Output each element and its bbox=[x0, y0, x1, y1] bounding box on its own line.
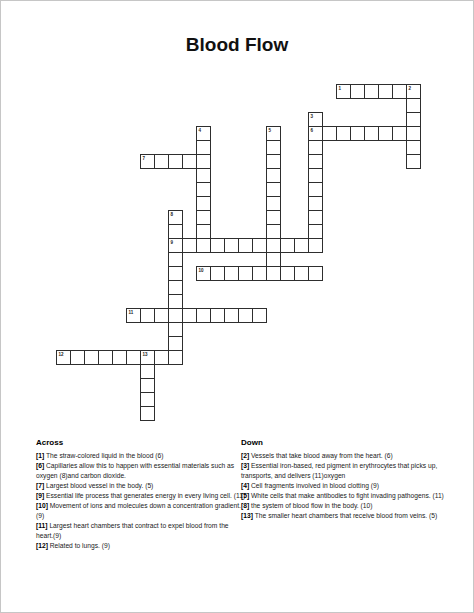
grid-cell-r5c8[interactable] bbox=[168, 154, 183, 169]
grid-cell-r16c13[interactable] bbox=[238, 308, 253, 323]
cell-number-6: 6 bbox=[311, 128, 314, 133]
clue-text: the system of blood flow in the body. (1… bbox=[251, 502, 372, 509]
clue-number: [13] bbox=[241, 512, 255, 519]
grid-cell-r13c18[interactable] bbox=[308, 266, 323, 281]
down-clues-column: Down [2] Vessels that take blood away fr… bbox=[241, 438, 447, 521]
across-clue-10: [10] Movement of ions and molecules down… bbox=[36, 501, 246, 521]
cell-number-4: 4 bbox=[199, 128, 202, 133]
clue-text: Cell fragments involved in blood clottin… bbox=[251, 482, 379, 489]
clue-number: [8] bbox=[241, 502, 251, 509]
grid-cell-r5c9[interactable] bbox=[182, 154, 197, 169]
across-clue-list: [1] The straw-colored liquid in the bloo… bbox=[36, 451, 246, 551]
clue-number: [2] bbox=[241, 452, 251, 459]
down-clue-4: [4] Cell fragments involved in blood clo… bbox=[241, 481, 447, 491]
cell-number-5: 5 bbox=[269, 128, 272, 133]
grid-cell-r16c5[interactable]: 11 bbox=[126, 308, 141, 323]
grid-cell-r9c15[interactable] bbox=[266, 210, 281, 225]
clue-number: [12] bbox=[36, 542, 50, 549]
grid-cell-r12c15[interactable] bbox=[266, 252, 281, 267]
grid-cell-r13c14[interactable] bbox=[252, 266, 267, 281]
grid-cell-r11c17[interactable] bbox=[294, 238, 309, 253]
clue-text: Essential life process that generates en… bbox=[46, 492, 245, 499]
grid-cell-r0c21[interactable] bbox=[350, 84, 365, 99]
cell-number-8: 8 bbox=[171, 212, 174, 217]
clue-text: Largest heart chambers that contract to … bbox=[36, 522, 229, 539]
crossword-grid[interactable]: 12345678910111213 bbox=[56, 84, 421, 421]
grid-cell-r16c9[interactable] bbox=[182, 308, 197, 323]
grid-cell-r6c10[interactable] bbox=[196, 168, 211, 183]
grid-cell-r9c18[interactable] bbox=[308, 210, 323, 225]
across-clue-11: [11] Largest heart chambers that contrac… bbox=[36, 521, 246, 541]
cell-number-13: 13 bbox=[143, 352, 148, 357]
grid-cell-r19c3[interactable] bbox=[98, 350, 113, 365]
grid-cell-r0c24[interactable] bbox=[392, 84, 407, 99]
clue-text: Capillaries allow this to happen with es… bbox=[36, 462, 234, 479]
grid-cell-r4c15[interactable] bbox=[266, 140, 281, 155]
grid-cell-r16c8[interactable] bbox=[168, 308, 183, 323]
grid-cell-r6c18[interactable] bbox=[308, 168, 323, 183]
down-clue-2: [2] Vessels that take blood away from th… bbox=[241, 451, 447, 461]
grid-cell-r3c15[interactable]: 5 bbox=[266, 126, 281, 141]
across-clue-1: [1] The straw-colored liquid in the bloo… bbox=[36, 451, 246, 461]
grid-cell-r4c10[interactable] bbox=[196, 140, 211, 155]
grid-cell-r16c12[interactable] bbox=[224, 308, 239, 323]
grid-cell-r13c12[interactable] bbox=[224, 266, 239, 281]
grid-cell-r5c18[interactable] bbox=[308, 154, 323, 169]
grid-cell-r16c10[interactable] bbox=[196, 308, 211, 323]
grid-cell-r20c6[interactable] bbox=[140, 364, 155, 379]
clue-number: [10] bbox=[36, 502, 50, 509]
grid-cell-r8c10[interactable] bbox=[196, 196, 211, 211]
down-clue-5: [5] White cells that make antibodies to … bbox=[241, 491, 447, 501]
cell-number-1: 1 bbox=[339, 86, 342, 91]
grid-cell-r0c25[interactable]: 2 bbox=[406, 84, 421, 99]
grid-cell-r5c6[interactable]: 7 bbox=[140, 154, 155, 169]
grid-cell-r11c14[interactable] bbox=[252, 238, 267, 253]
grid-cell-r11c10[interactable] bbox=[196, 238, 211, 253]
grid-cell-r17c8[interactable] bbox=[168, 322, 183, 337]
grid-cell-r11c9[interactable] bbox=[182, 238, 197, 253]
grid-cell-r10c15[interactable] bbox=[266, 224, 281, 239]
cell-number-7: 7 bbox=[143, 156, 146, 161]
grid-cell-r3c10[interactable]: 4 bbox=[196, 126, 211, 141]
grid-cell-r3c18[interactable]: 6 bbox=[308, 126, 323, 141]
grid-cell-r23c6[interactable] bbox=[140, 406, 155, 421]
down-clue-13: [13] The smaller heart chambers that rec… bbox=[241, 511, 447, 521]
grid-cell-r0c23[interactable] bbox=[378, 84, 393, 99]
grid-cell-r13c13[interactable] bbox=[238, 266, 253, 281]
crossword-worksheet-page: Blood Flow 12345678910111213 Across [1] … bbox=[0, 0, 474, 613]
clue-number: [7] bbox=[36, 482, 46, 489]
grid-cell-r3c23[interactable] bbox=[378, 126, 393, 141]
clue-number: [9] bbox=[36, 492, 46, 499]
grid-cell-r16c7[interactable] bbox=[154, 308, 169, 323]
grid-cell-r5c7[interactable] bbox=[154, 154, 169, 169]
grid-cell-r5c25[interactable] bbox=[406, 154, 421, 169]
down-clue-3: [3] Essential iron-based, red pigment in… bbox=[241, 461, 447, 481]
cell-number-10: 10 bbox=[199, 268, 204, 273]
grid-cell-r10c8[interactable] bbox=[168, 224, 183, 239]
grid-cell-r18c8[interactable] bbox=[168, 336, 183, 351]
clue-number: [6] bbox=[36, 462, 46, 469]
grid-cell-r13c15[interactable] bbox=[266, 266, 281, 281]
across-clue-6: [6] Capillaries allow this to happen wit… bbox=[36, 461, 246, 481]
down-clue-list: [2] Vessels that take blood away from th… bbox=[241, 451, 447, 521]
grid-cell-r10c18[interactable] bbox=[308, 224, 323, 239]
grid-cell-r7c10[interactable] bbox=[196, 182, 211, 197]
grid-cell-r19c6[interactable]: 13 bbox=[140, 350, 155, 365]
grid-cell-r11c18[interactable] bbox=[308, 238, 323, 253]
grid-cell-r3c21[interactable] bbox=[350, 126, 365, 141]
grid-cell-r0c22[interactable] bbox=[364, 84, 379, 99]
down-clue-8: [8] the system of blood flow in the body… bbox=[241, 501, 447, 511]
clue-text: The smaller heart chambers that receive … bbox=[255, 512, 438, 519]
grid-cell-r11c12[interactable] bbox=[224, 238, 239, 253]
grid-cell-r13c10[interactable]: 10 bbox=[196, 266, 211, 281]
grid-cell-r3c22[interactable] bbox=[364, 126, 379, 141]
across-clue-12: [12] Related to lungs. (9) bbox=[36, 541, 246, 551]
grid-cell-r19c8[interactable] bbox=[168, 350, 183, 365]
cell-number-9: 9 bbox=[171, 240, 174, 245]
grid-cell-r10c10[interactable] bbox=[196, 224, 211, 239]
grid-cell-r13c8[interactable] bbox=[168, 266, 183, 281]
grid-cell-r19c4[interactable] bbox=[112, 350, 127, 365]
grid-cell-r0c20[interactable]: 1 bbox=[336, 84, 351, 99]
grid-cell-r3c19[interactable] bbox=[322, 126, 337, 141]
clue-text: White cells that make antibodies to figh… bbox=[251, 492, 444, 499]
grid-cell-r6c15[interactable] bbox=[266, 168, 281, 183]
across-clues-column: Across [1] The straw-colored liquid in t… bbox=[36, 438, 246, 551]
grid-cell-r16c14[interactable] bbox=[252, 308, 267, 323]
grid-cell-r3c20[interactable] bbox=[336, 126, 351, 141]
grid-cell-r21c6[interactable] bbox=[140, 378, 155, 393]
down-header: Down bbox=[241, 438, 447, 447]
grid-cell-r4c18[interactable] bbox=[308, 140, 323, 155]
grid-cell-r7c18[interactable] bbox=[308, 182, 323, 197]
grid-cell-r11c8[interactable]: 9 bbox=[168, 238, 183, 253]
grid-cell-r16c11[interactable] bbox=[210, 308, 225, 323]
cell-number-2: 2 bbox=[409, 86, 412, 91]
clue-text: Essential iron-based, red pigment in ery… bbox=[241, 462, 437, 479]
clue-number: [4] bbox=[241, 482, 251, 489]
grid-cell-r19c0[interactable]: 12 bbox=[56, 350, 71, 365]
grid-cell-r8c15[interactable] bbox=[266, 196, 281, 211]
grid-cell-r19c2[interactable] bbox=[84, 350, 99, 365]
grid-cell-r3c24[interactable] bbox=[392, 126, 407, 141]
grid-cell-r9c8[interactable]: 8 bbox=[168, 210, 183, 225]
cell-number-11: 11 bbox=[129, 310, 134, 315]
grid-cell-r7c15[interactable] bbox=[266, 182, 281, 197]
grid-cell-r11c11[interactable] bbox=[210, 238, 225, 253]
across-header: Across bbox=[36, 438, 246, 447]
grid-cell-r4c25[interactable] bbox=[406, 140, 421, 155]
across-clue-9: [9] Essential life process that generate… bbox=[36, 491, 246, 501]
grid-cell-r2c25[interactable] bbox=[406, 112, 421, 127]
clue-number: [11] bbox=[36, 522, 49, 529]
grid-cell-r11c16[interactable] bbox=[280, 238, 295, 253]
grid-cell-r19c7[interactable] bbox=[154, 350, 169, 365]
grid-cell-r22c6[interactable] bbox=[140, 392, 155, 407]
across-clue-7: [7] Largest blood vessel in the body. (5… bbox=[36, 481, 246, 491]
grid-cell-r8c18[interactable] bbox=[308, 196, 323, 211]
grid-cell-r13c16[interactable] bbox=[280, 266, 295, 281]
grid-cell-r15c8[interactable] bbox=[168, 294, 183, 309]
grid-cell-r13c11[interactable] bbox=[210, 266, 225, 281]
grid-cell-r5c15[interactable] bbox=[266, 154, 281, 169]
grid-cell-r5c10[interactable] bbox=[196, 154, 211, 169]
clue-text: The straw-colored liquid in the blood (6… bbox=[46, 452, 163, 459]
grid-cell-r19c1[interactable] bbox=[70, 350, 85, 365]
grid-cell-r19c5[interactable] bbox=[126, 350, 141, 365]
grid-cell-r3c25[interactable] bbox=[406, 126, 421, 141]
clue-number: [5] bbox=[241, 492, 251, 499]
clue-number: [1] bbox=[36, 452, 46, 459]
clue-text: Movement of ions and molecules down a co… bbox=[36, 502, 241, 519]
grid-cell-r9c10[interactable] bbox=[196, 210, 211, 225]
grid-cell-r12c8[interactable] bbox=[168, 252, 183, 267]
grid-cell-r2c18[interactable]: 3 bbox=[308, 112, 323, 127]
grid-cell-r11c15[interactable] bbox=[266, 238, 281, 253]
clue-text: Related to lungs. (9) bbox=[50, 542, 110, 549]
grid-cell-r16c6[interactable] bbox=[140, 308, 155, 323]
cell-number-12: 12 bbox=[59, 352, 64, 357]
grid-cell-r11c13[interactable] bbox=[238, 238, 253, 253]
cell-number-3: 3 bbox=[311, 114, 314, 119]
grid-cell-r14c8[interactable] bbox=[168, 280, 183, 295]
grid-cell-r13c17[interactable] bbox=[294, 266, 309, 281]
clue-text: Vessels that take blood away from the he… bbox=[251, 452, 393, 459]
grid-cell-r1c25[interactable] bbox=[406, 98, 421, 113]
clue-number: [3] bbox=[241, 462, 251, 469]
puzzle-title: Blood Flow bbox=[1, 34, 473, 56]
clue-text: Largest blood vessel in the body. (5) bbox=[46, 482, 153, 489]
